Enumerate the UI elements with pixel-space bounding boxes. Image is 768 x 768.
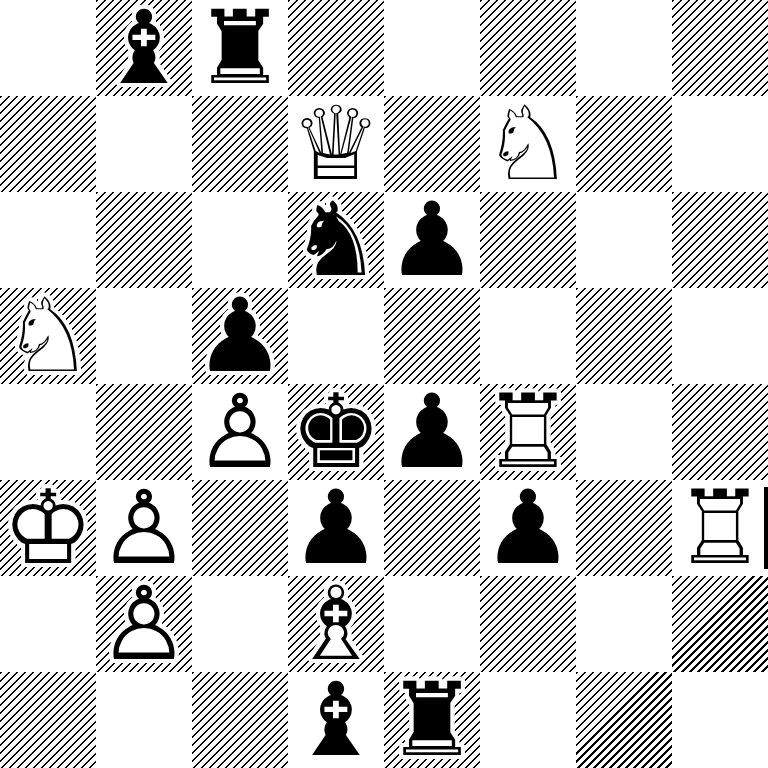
black-rook-glyph: ♜ xyxy=(384,672,480,768)
square-g3[interactable] xyxy=(576,480,672,576)
square-f5[interactable] xyxy=(480,288,576,384)
square-d2[interactable]: ♝♗ xyxy=(288,576,384,672)
black-rook-glyph: ♜ xyxy=(192,0,288,96)
square-a1[interactable] xyxy=(0,672,96,768)
black-pawn-piece: ♟♟ xyxy=(288,480,384,576)
white-rook-glyph: ♖ xyxy=(672,480,768,576)
black-pawn-glyph: ♟ xyxy=(384,384,480,480)
black-bishop-glyph: ♝ xyxy=(96,0,192,96)
square-b4[interactable] xyxy=(96,384,192,480)
square-a3[interactable]: ♚♔ xyxy=(0,480,96,576)
square-c1[interactable] xyxy=(192,672,288,768)
square-f6[interactable] xyxy=(480,192,576,288)
square-a8[interactable] xyxy=(0,0,96,96)
white-king-glyph: ♔ xyxy=(0,480,96,576)
black-pawn-piece: ♟♟ xyxy=(384,192,480,288)
square-b7[interactable] xyxy=(96,96,192,192)
square-b8[interactable]: ♝♝ xyxy=(96,0,192,96)
square-e6[interactable]: ♟♟ xyxy=(384,192,480,288)
white-queen-glyph: ♕ xyxy=(288,96,384,192)
black-knight-glyph: ♞ xyxy=(288,192,384,288)
square-a5[interactable]: ♞♘ xyxy=(0,288,96,384)
white-pawn-piece: ♟♙ xyxy=(96,576,192,672)
white-bishop-glyph: ♗ xyxy=(288,576,384,672)
square-d5[interactable] xyxy=(288,288,384,384)
white-knight-piece: ♞♘ xyxy=(480,96,576,192)
white-pawn-glyph: ♙ xyxy=(192,384,288,480)
square-a4[interactable] xyxy=(0,384,96,480)
square-e1[interactable]: ♜♜ xyxy=(384,672,480,768)
square-b3[interactable]: ♟♙ xyxy=(96,480,192,576)
square-f7[interactable]: ♞♘ xyxy=(480,96,576,192)
white-pawn-piece: ♟♙ xyxy=(192,384,288,480)
black-rook-piece: ♜♜ xyxy=(192,0,288,96)
square-e7[interactable] xyxy=(384,96,480,192)
square-c7[interactable] xyxy=(192,96,288,192)
square-c6[interactable] xyxy=(192,192,288,288)
square-c3[interactable] xyxy=(192,480,288,576)
white-knight-glyph: ♘ xyxy=(0,288,96,384)
square-d3[interactable]: ♟♟ xyxy=(288,480,384,576)
white-pawn-glyph: ♙ xyxy=(96,480,192,576)
square-g5[interactable] xyxy=(576,288,672,384)
square-f4[interactable]: ♜♖ xyxy=(480,384,576,480)
square-h4[interactable] xyxy=(672,384,768,480)
square-d4[interactable]: ♚♚ xyxy=(288,384,384,480)
black-pawn-piece: ♟♟ xyxy=(384,384,480,480)
white-king-piece: ♚♔ xyxy=(0,480,96,576)
black-bishop-piece: ♝♝ xyxy=(288,672,384,768)
square-g2[interactable] xyxy=(576,576,672,672)
white-bishop-piece: ♝♗ xyxy=(288,576,384,672)
square-f8[interactable] xyxy=(480,0,576,96)
black-pawn-glyph: ♟ xyxy=(192,288,288,384)
square-a6[interactable] xyxy=(0,192,96,288)
black-bishop-piece: ♝♝ xyxy=(96,0,192,96)
black-king-piece: ♚♚ xyxy=(288,384,384,480)
cropped-glyph-artifact xyxy=(764,487,768,569)
white-knight-glyph: ♘ xyxy=(480,96,576,192)
square-b1[interactable] xyxy=(96,672,192,768)
square-d8[interactable] xyxy=(288,0,384,96)
square-e4[interactable]: ♟♟ xyxy=(384,384,480,480)
black-bishop-glyph: ♝ xyxy=(288,672,384,768)
black-pawn-glyph: ♟ xyxy=(384,192,480,288)
square-g1[interactable] xyxy=(576,672,672,768)
square-h3[interactable]: ♜♖ xyxy=(672,480,768,576)
white-pawn-piece: ♟♙ xyxy=(96,480,192,576)
square-c5[interactable]: ♟♟ xyxy=(192,288,288,384)
square-g6[interactable] xyxy=(576,192,672,288)
white-rook-glyph: ♖ xyxy=(480,384,576,480)
square-d6[interactable]: ♞♞ xyxy=(288,192,384,288)
chess-board: ♝♝♜♜♛♕♞♘♞♞♟♟♞♘♟♟♟♙♚♚♟♟♜♖♚♔♟♙♟♟♟♟♜♖♟♙♝♗♝♝… xyxy=(0,0,768,768)
black-pawn-glyph: ♟ xyxy=(480,480,576,576)
square-h1[interactable] xyxy=(672,672,768,768)
square-h2[interactable] xyxy=(672,576,768,672)
white-knight-piece: ♞♘ xyxy=(0,288,96,384)
square-g7[interactable] xyxy=(576,96,672,192)
black-pawn-piece: ♟♟ xyxy=(480,480,576,576)
square-f2[interactable] xyxy=(480,576,576,672)
square-c4[interactable]: ♟♙ xyxy=(192,384,288,480)
black-pawn-piece: ♟♟ xyxy=(192,288,288,384)
square-h6[interactable] xyxy=(672,192,768,288)
square-e3[interactable] xyxy=(384,480,480,576)
square-b2[interactable]: ♟♙ xyxy=(96,576,192,672)
square-b5[interactable] xyxy=(96,288,192,384)
square-c2[interactable] xyxy=(192,576,288,672)
square-h8[interactable] xyxy=(672,0,768,96)
white-pawn-glyph: ♙ xyxy=(96,576,192,672)
square-b6[interactable] xyxy=(96,192,192,288)
white-rook-piece: ♜♖ xyxy=(480,384,576,480)
square-d1[interactable]: ♝♝ xyxy=(288,672,384,768)
square-g8[interactable] xyxy=(576,0,672,96)
black-pawn-glyph: ♟ xyxy=(288,480,384,576)
black-knight-piece: ♞♞ xyxy=(288,192,384,288)
square-f1[interactable] xyxy=(480,672,576,768)
square-g4[interactable] xyxy=(576,384,672,480)
square-a7[interactable] xyxy=(0,96,96,192)
square-e5[interactable] xyxy=(384,288,480,384)
white-queen-piece: ♛♕ xyxy=(288,96,384,192)
white-rook-piece: ♜♖ xyxy=(672,480,768,576)
square-d7[interactable]: ♛♕ xyxy=(288,96,384,192)
square-a2[interactable] xyxy=(0,576,96,672)
square-c8[interactable]: ♜♜ xyxy=(192,0,288,96)
square-e2[interactable] xyxy=(384,576,480,672)
black-rook-piece: ♜♜ xyxy=(384,672,480,768)
square-h7[interactable] xyxy=(672,96,768,192)
black-king-glyph: ♚ xyxy=(288,384,384,480)
square-e8[interactable] xyxy=(384,0,480,96)
square-f3[interactable]: ♟♟ xyxy=(480,480,576,576)
square-h5[interactable] xyxy=(672,288,768,384)
